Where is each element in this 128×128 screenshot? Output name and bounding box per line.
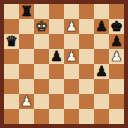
square-f3[interactable] (79, 79, 94, 94)
square-c6[interactable] (34, 34, 49, 49)
square-f6[interactable] (79, 34, 94, 49)
black-pawn-icon: ♟ (95, 64, 108, 79)
square-c4[interactable] (34, 64, 49, 79)
square-h3[interactable] (109, 79, 124, 94)
square-b7[interactable] (19, 19, 34, 34)
square-e6[interactable] (64, 34, 79, 49)
black-pawn-icon: ♟ (110, 34, 123, 49)
square-c5[interactable] (34, 49, 49, 64)
square-g2[interactable] (94, 94, 109, 109)
square-g7[interactable]: ♟ (94, 19, 109, 34)
square-h4[interactable] (109, 64, 124, 79)
square-h7[interactable]: ♚ (109, 19, 124, 34)
square-a1[interactable] (4, 109, 19, 124)
square-d3[interactable] (49, 79, 64, 94)
square-d4[interactable] (49, 64, 64, 79)
black-queen-icon: ♛ (5, 34, 18, 49)
chess-board: ♜♚♟♟♚♛♟♟♟♟♟♟ (4, 4, 124, 124)
square-d8[interactable] (49, 4, 64, 19)
black-pawn-icon: ♟ (50, 49, 63, 64)
square-e7[interactable]: ♟ (64, 19, 79, 34)
square-a5[interactable] (4, 49, 19, 64)
square-f8[interactable] (79, 4, 94, 19)
black-pawn-icon: ♟ (95, 19, 108, 34)
square-a2[interactable] (4, 94, 19, 109)
square-c7[interactable]: ♚ (34, 19, 49, 34)
chess-board-frame: ♜♚♟♟♚♛♟♟♟♟♟♟ (0, 0, 128, 128)
white-king-icon: ♚ (35, 19, 48, 34)
white-pawn-icon: ♟ (20, 94, 33, 109)
square-g4[interactable]: ♟ (94, 64, 109, 79)
square-b4[interactable] (19, 64, 34, 79)
square-c1[interactable] (34, 109, 49, 124)
square-e8[interactable] (64, 4, 79, 19)
square-a8[interactable] (4, 4, 19, 19)
square-d5[interactable]: ♟ (49, 49, 64, 64)
square-h6[interactable]: ♟ (109, 34, 124, 49)
square-d1[interactable] (49, 109, 64, 124)
square-b1[interactable] (19, 109, 34, 124)
square-f5[interactable] (79, 49, 94, 64)
square-h5[interactable]: ♟ (109, 49, 124, 64)
square-d7[interactable] (49, 19, 64, 34)
square-d2[interactable] (49, 94, 64, 109)
square-e1[interactable] (64, 109, 79, 124)
square-h8[interactable] (109, 4, 124, 19)
square-c2[interactable] (34, 94, 49, 109)
square-c8[interactable] (34, 4, 49, 19)
square-f4[interactable] (79, 64, 94, 79)
square-a7[interactable] (4, 19, 19, 34)
square-a3[interactable] (4, 79, 19, 94)
square-e4[interactable] (64, 64, 79, 79)
square-b8[interactable]: ♜ (19, 4, 34, 19)
square-f2[interactable] (79, 94, 94, 109)
square-e3[interactable] (64, 79, 79, 94)
white-pawn-icon: ♟ (65, 49, 78, 64)
square-c3[interactable] (34, 79, 49, 94)
square-e5[interactable]: ♟ (64, 49, 79, 64)
square-f1[interactable] (79, 109, 94, 124)
square-g6[interactable] (94, 34, 109, 49)
square-g1[interactable] (94, 109, 109, 124)
square-b6[interactable] (19, 34, 34, 49)
square-g8[interactable] (94, 4, 109, 19)
square-e2[interactable] (64, 94, 79, 109)
square-f7[interactable] (79, 19, 94, 34)
white-pawn-icon: ♟ (65, 19, 78, 34)
square-a6[interactable]: ♛ (4, 34, 19, 49)
square-h1[interactable] (109, 109, 124, 124)
black-king-icon: ♚ (110, 19, 123, 34)
square-h2[interactable] (109, 94, 124, 109)
square-a4[interactable] (4, 64, 19, 79)
square-b2[interactable]: ♟ (19, 94, 34, 109)
white-pawn-icon: ♟ (110, 49, 123, 64)
square-b5[interactable] (19, 49, 34, 64)
square-g5[interactable] (94, 49, 109, 64)
black-rook-icon: ♜ (20, 4, 33, 19)
square-g3[interactable] (94, 79, 109, 94)
square-d6[interactable] (49, 34, 64, 49)
square-b3[interactable] (19, 79, 34, 94)
